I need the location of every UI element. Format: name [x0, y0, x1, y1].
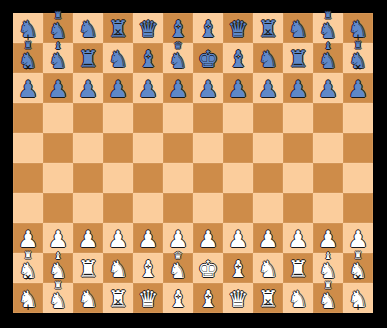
- piece-white-bishop: ♝: [223, 253, 253, 283]
- rook-glyph: ♜: [288, 254, 309, 284]
- war-machine-x-brace-badge: ✕: [114, 298, 122, 307]
- piece-white-pawn: ♟: [133, 223, 163, 253]
- piece-black-chancellor: ♞♜: [43, 13, 73, 43]
- square-c5[interactable]: [73, 163, 103, 193]
- king-glyph: ♚: [198, 44, 219, 74]
- piece-black-crowned-knight-ferz: ♞♜×: [343, 43, 373, 73]
- piece-black-bishop: ♝: [223, 43, 253, 73]
- square-b8[interactable]: ♟: [43, 73, 73, 103]
- amazon-crown-badge: ♛: [174, 251, 183, 261]
- square-f4[interactable]: [163, 193, 193, 223]
- pawn-glyph: ♟: [198, 74, 219, 104]
- square-i4[interactable]: [253, 193, 283, 223]
- knight-wazir-emblem-badge: +: [24, 303, 32, 312]
- square-a8[interactable]: ♟: [13, 73, 43, 103]
- crowned-knight-ferz-emblem-badge: ×: [24, 273, 32, 282]
- square-l1[interactable]: ♞+: [343, 283, 373, 313]
- piece-white-pawn: ♟: [13, 223, 43, 253]
- archbishop-crown-badge: ♝: [324, 251, 333, 261]
- piece-white-pawn: ♟: [343, 223, 373, 253]
- pawn-glyph: ♟: [78, 74, 99, 104]
- square-e7[interactable]: [133, 103, 163, 133]
- pawn-glyph: ♟: [48, 74, 69, 104]
- square-g10[interactable]: ♝: [193, 13, 223, 43]
- crowned-knight-ferz-crown-badge: ♜: [24, 251, 33, 261]
- square-g8[interactable]: ♟: [193, 73, 223, 103]
- piece-white-crowned-knight-ferz: ♞♜×: [343, 253, 373, 283]
- square-f8[interactable]: ♟: [163, 73, 193, 103]
- piece-black-war-machine: ♜✕: [103, 13, 133, 43]
- square-b5[interactable]: [43, 163, 73, 193]
- crowned-knight-ferz-emblem-badge: ×: [354, 273, 362, 282]
- piece-black-knight: ♞: [283, 13, 313, 43]
- square-f6[interactable]: [163, 133, 193, 163]
- knight-glyph: ♞: [108, 44, 129, 74]
- piece-white-bishop: ♝: [193, 283, 223, 313]
- square-g4[interactable]: [193, 193, 223, 223]
- piece-black-crowned-knight-ferz: ♞♜×: [13, 43, 43, 73]
- square-k4[interactable]: [313, 193, 343, 223]
- square-c10[interactable]: ♞: [73, 13, 103, 43]
- piece-white-knight: ♞: [283, 283, 313, 313]
- square-f5[interactable]: [163, 163, 193, 193]
- square-e8[interactable]: ♟: [133, 73, 163, 103]
- square-h9[interactable]: ♝: [223, 43, 253, 73]
- square-l6[interactable]: [343, 133, 373, 163]
- piece-white-king: ♚: [193, 253, 223, 283]
- piece-white-rook: ♜: [73, 253, 103, 283]
- knight-glyph: ♞: [288, 284, 309, 314]
- piece-white-pawn: ♟: [313, 223, 343, 253]
- square-j2[interactable]: ♜: [283, 253, 313, 283]
- piece-black-knight: ♞: [103, 43, 133, 73]
- square-l8[interactable]: ♟: [343, 73, 373, 103]
- square-a3[interactable]: ♟: [13, 223, 43, 253]
- square-e10[interactable]: ♛: [133, 13, 163, 43]
- square-d10[interactable]: ♜✕: [103, 13, 133, 43]
- pawn-glyph: ♟: [18, 74, 39, 104]
- square-k7[interactable]: [313, 103, 343, 133]
- square-g9[interactable]: ♚: [193, 43, 223, 73]
- square-j4[interactable]: [283, 193, 313, 223]
- square-e3[interactable]: ♟: [133, 223, 163, 253]
- archbishop-crown-badge: ♝: [54, 251, 63, 261]
- square-h4[interactable]: [223, 193, 253, 223]
- piece-black-pawn: ♟: [253, 73, 283, 103]
- piece-black-rook: ♜: [73, 43, 103, 73]
- queen-glyph: ♛: [138, 14, 159, 44]
- square-d3[interactable]: ♟: [103, 223, 133, 253]
- square-i2[interactable]: ♞: [253, 253, 283, 283]
- archbishop-crown-badge: ♝: [324, 41, 333, 51]
- piece-white-queen: ♛: [223, 283, 253, 313]
- piece-white-pawn: ♟: [253, 223, 283, 253]
- square-d4[interactable]: [103, 193, 133, 223]
- square-f7[interactable]: [163, 103, 193, 133]
- war-machine-x-brace-badge: ✕: [264, 28, 272, 37]
- pawn-glyph: ♟: [198, 224, 219, 254]
- pawn-glyph: ♟: [318, 74, 339, 104]
- square-g1[interactable]: ♝: [193, 283, 223, 313]
- square-k2[interactable]: ♞♝: [313, 253, 343, 283]
- square-c1[interactable]: ♞: [73, 283, 103, 313]
- square-a4[interactable]: [13, 193, 43, 223]
- piece-white-amazon: ♞♛: [163, 253, 193, 283]
- piece-black-knight: ♞: [73, 13, 103, 43]
- queen-glyph: ♛: [228, 14, 249, 44]
- piece-white-pawn: ♟: [103, 223, 133, 253]
- board: ♞+♞♜♞♜✕♛♝♝♛♜✕♞♞♜♞+♞♜×♞♝♜♞♝♞♛♚♝♞♜♞♝♞♜×♟♟♟…: [13, 13, 373, 313]
- square-f3[interactable]: ♟: [163, 223, 193, 253]
- square-l4[interactable]: [343, 193, 373, 223]
- piece-black-bishop: ♝: [193, 13, 223, 43]
- square-l2[interactable]: ♞♜×: [343, 253, 373, 283]
- screenshot-background: ♞+♞♜♞♜✕♛♝♝♛♜✕♞♞♜♞+♞♜×♞♝♜♞♝♞♛♚♝♞♜♞♝♞♜×♟♟♟…: [0, 0, 387, 328]
- piece-black-pawn: ♟: [73, 73, 103, 103]
- chancellor-crown-badge: ♜: [324, 11, 333, 21]
- bishop-glyph: ♝: [228, 44, 249, 74]
- square-j6[interactable]: [283, 133, 313, 163]
- piece-black-pawn: ♟: [133, 73, 163, 103]
- amazon-crown-badge: ♛: [174, 41, 183, 51]
- piece-white-knight: ♞: [73, 283, 103, 313]
- piece-black-bishop: ♝: [133, 43, 163, 73]
- square-a1[interactable]: ♞+: [13, 283, 43, 313]
- chancellor-crown-badge: ♜: [54, 281, 63, 291]
- square-l7[interactable]: [343, 103, 373, 133]
- pawn-glyph: ♟: [168, 74, 189, 104]
- piece-black-pawn: ♟: [223, 73, 253, 103]
- piece-white-chancellor: ♞♜: [43, 283, 73, 313]
- piece-white-pawn: ♟: [223, 223, 253, 253]
- square-j8[interactable]: ♟: [283, 73, 313, 103]
- bishop-glyph: ♝: [198, 14, 219, 44]
- square-b3[interactable]: ♟: [43, 223, 73, 253]
- square-k1[interactable]: ♞♜: [313, 283, 343, 313]
- square-g5[interactable]: [193, 163, 223, 193]
- pawn-glyph: ♟: [258, 224, 279, 254]
- square-i5[interactable]: [253, 163, 283, 193]
- piece-black-queen: ♛: [133, 13, 163, 43]
- crowned-knight-ferz-emblem-badge: ×: [354, 63, 362, 72]
- square-k8[interactable]: ♟: [313, 73, 343, 103]
- piece-black-knight: ♞: [253, 43, 283, 73]
- square-c2[interactable]: ♜: [73, 253, 103, 283]
- square-a10[interactable]: ♞+: [13, 13, 43, 43]
- square-c3[interactable]: ♟: [73, 223, 103, 253]
- square-d9[interactable]: ♞: [103, 43, 133, 73]
- knight-glyph: ♞: [78, 14, 99, 44]
- piece-white-crowned-knight-ferz: ♞♜×: [13, 253, 43, 283]
- square-d8[interactable]: ♟: [103, 73, 133, 103]
- piece-white-war-machine: ♜✕: [103, 283, 133, 313]
- square-h6[interactable]: [223, 133, 253, 163]
- square-h1[interactable]: ♛: [223, 283, 253, 313]
- knight-wazir-emblem-badge: +: [354, 303, 362, 312]
- square-d6[interactable]: [103, 133, 133, 163]
- piece-white-war-machine: ♜✕: [253, 283, 283, 313]
- square-g6[interactable]: [193, 133, 223, 163]
- crowned-knight-ferz-crown-badge: ♜: [24, 41, 33, 51]
- square-c6[interactable]: [73, 133, 103, 163]
- piece-white-pawn: ♟: [43, 223, 73, 253]
- pawn-glyph: ♟: [228, 74, 249, 104]
- piece-white-archbishop: ♞♝: [43, 253, 73, 283]
- square-h7[interactable]: [223, 103, 253, 133]
- square-h3[interactable]: ♟: [223, 223, 253, 253]
- pawn-glyph: ♟: [108, 74, 129, 104]
- queen-glyph: ♛: [228, 284, 249, 314]
- square-j1[interactable]: ♞: [283, 283, 313, 313]
- rook-glyph: ♜: [288, 44, 309, 74]
- square-i8[interactable]: ♟: [253, 73, 283, 103]
- piece-black-bishop: ♝: [163, 13, 193, 43]
- bishop-glyph: ♝: [138, 44, 159, 74]
- piece-black-archbishop: ♞♝: [43, 43, 73, 73]
- piece-white-pawn: ♟: [283, 223, 313, 253]
- piece-black-pawn: ♟: [343, 73, 373, 103]
- war-machine-x-brace-badge: ✕: [114, 28, 122, 37]
- piece-black-pawn: ♟: [13, 73, 43, 103]
- square-c8[interactable]: ♟: [73, 73, 103, 103]
- square-d2[interactable]: ♞: [103, 253, 133, 283]
- square-e2[interactable]: ♝: [133, 253, 163, 283]
- square-i3[interactable]: ♟: [253, 223, 283, 253]
- piece-white-pawn: ♟: [73, 223, 103, 253]
- archbishop-crown-badge: ♝: [54, 41, 63, 51]
- king-glyph: ♚: [198, 254, 219, 284]
- pawn-glyph: ♟: [228, 224, 249, 254]
- piece-white-knight: ♞: [253, 253, 283, 283]
- square-h8[interactable]: ♟: [223, 73, 253, 103]
- pawn-glyph: ♟: [348, 74, 369, 104]
- square-f2[interactable]: ♞♛: [163, 253, 193, 283]
- square-e9[interactable]: ♝: [133, 43, 163, 73]
- square-h5[interactable]: [223, 163, 253, 193]
- square-c7[interactable]: [73, 103, 103, 133]
- square-b7[interactable]: [43, 103, 73, 133]
- square-k10[interactable]: ♞♜: [313, 13, 343, 43]
- square-k5[interactable]: [313, 163, 343, 193]
- square-j9[interactable]: ♜: [283, 43, 313, 73]
- bishop-glyph: ♝: [228, 254, 249, 284]
- pawn-glyph: ♟: [288, 224, 309, 254]
- knight-glyph: ♞: [288, 14, 309, 44]
- square-l10[interactable]: ♞+: [343, 13, 373, 43]
- square-a7[interactable]: [13, 103, 43, 133]
- square-l3[interactable]: ♟: [343, 223, 373, 253]
- square-d1[interactable]: ♜✕: [103, 283, 133, 313]
- piece-white-queen: ♛: [133, 283, 163, 313]
- piece-black-knight-wazir: ♞+: [343, 13, 373, 43]
- pawn-glyph: ♟: [138, 224, 159, 254]
- square-h2[interactable]: ♝: [223, 253, 253, 283]
- knight-glyph: ♞: [108, 254, 129, 284]
- square-l9[interactable]: ♞♜×: [343, 43, 373, 73]
- square-k6[interactable]: [313, 133, 343, 163]
- crowned-knight-ferz-emblem-badge: ×: [24, 63, 32, 72]
- piece-black-amazon: ♞♛: [163, 43, 193, 73]
- knight-glyph: ♞: [258, 44, 279, 74]
- piece-black-queen: ♛: [223, 13, 253, 43]
- square-b2[interactable]: ♞♝: [43, 253, 73, 283]
- square-i1[interactable]: ♜✕: [253, 283, 283, 313]
- piece-black-pawn: ♟: [313, 73, 343, 103]
- square-i6[interactable]: [253, 133, 283, 163]
- square-e4[interactable]: [133, 193, 163, 223]
- piece-white-chancellor: ♞♜: [313, 283, 343, 313]
- bishop-glyph: ♝: [198, 284, 219, 314]
- square-j3[interactable]: ♟: [283, 223, 313, 253]
- rook-glyph: ♜: [78, 254, 99, 284]
- knight-glyph: ♞: [258, 254, 279, 284]
- square-i10[interactable]: ♜✕: [253, 13, 283, 43]
- knight-glyph: ♞: [78, 284, 99, 314]
- square-l5[interactable]: [343, 163, 373, 193]
- square-e1[interactable]: ♛: [133, 283, 163, 313]
- pawn-glyph: ♟: [138, 74, 159, 104]
- piece-white-knight-wazir: ♞+: [13, 283, 43, 313]
- piece-white-rook: ♜: [283, 253, 313, 283]
- piece-black-pawn: ♟: [43, 73, 73, 103]
- square-b9[interactable]: ♞♝: [43, 43, 73, 73]
- crowned-knight-ferz-crown-badge: ♜: [354, 251, 363, 261]
- pawn-glyph: ♟: [258, 74, 279, 104]
- crowned-knight-ferz-crown-badge: ♜: [354, 41, 363, 51]
- square-f1[interactable]: ♝: [163, 283, 193, 313]
- square-k3[interactable]: ♟: [313, 223, 343, 253]
- piece-white-archbishop: ♞♝: [313, 253, 343, 283]
- square-i7[interactable]: [253, 103, 283, 133]
- square-b10[interactable]: ♞♜: [43, 13, 73, 43]
- piece-white-pawn: ♟: [163, 223, 193, 253]
- square-g3[interactable]: ♟: [193, 223, 223, 253]
- bishop-glyph: ♝: [138, 254, 159, 284]
- square-f9[interactable]: ♞♛: [163, 43, 193, 73]
- piece-black-pawn: ♟: [103, 73, 133, 103]
- piece-white-knight-wazir: ♞+: [343, 283, 373, 313]
- war-machine-x-brace-badge: ✕: [264, 298, 272, 307]
- square-g7[interactable]: [193, 103, 223, 133]
- piece-black-war-machine: ♜✕: [253, 13, 283, 43]
- piece-black-king: ♚: [193, 43, 223, 73]
- chancellor-crown-badge: ♜: [324, 281, 333, 291]
- rook-glyph: ♜: [78, 44, 99, 74]
- piece-black-pawn: ♟: [163, 73, 193, 103]
- square-a5[interactable]: [13, 163, 43, 193]
- piece-black-knight-wazir: ♞+: [13, 13, 43, 43]
- square-a2[interactable]: ♞♜×: [13, 253, 43, 283]
- square-b6[interactable]: [43, 133, 73, 163]
- piece-black-rook: ♜: [283, 43, 313, 73]
- queen-glyph: ♛: [138, 284, 159, 314]
- piece-white-bishop: ♝: [163, 283, 193, 313]
- piece-white-pawn: ♟: [193, 223, 223, 253]
- square-j5[interactable]: [283, 163, 313, 193]
- square-e6[interactable]: [133, 133, 163, 163]
- piece-black-archbishop: ♞♝: [313, 43, 343, 73]
- square-j7[interactable]: [283, 103, 313, 133]
- square-g2[interactable]: ♚: [193, 253, 223, 283]
- square-b4[interactable]: [43, 193, 73, 223]
- square-c9[interactable]: ♜: [73, 43, 103, 73]
- piece-white-knight: ♞: [103, 253, 133, 283]
- square-i9[interactable]: ♞: [253, 43, 283, 73]
- square-a6[interactable]: [13, 133, 43, 163]
- square-j10[interactable]: ♞: [283, 13, 313, 43]
- pawn-glyph: ♟: [288, 74, 309, 104]
- square-e5[interactable]: [133, 163, 163, 193]
- pawn-glyph: ♟: [108, 224, 129, 254]
- square-b1[interactable]: ♞♜: [43, 283, 73, 313]
- square-k9[interactable]: ♞♝: [313, 43, 343, 73]
- piece-black-pawn: ♟: [193, 73, 223, 103]
- bishop-glyph: ♝: [168, 284, 189, 314]
- square-h10[interactable]: ♛: [223, 13, 253, 43]
- pawn-glyph: ♟: [78, 224, 99, 254]
- piece-white-bishop: ♝: [133, 253, 163, 283]
- square-c4[interactable]: [73, 193, 103, 223]
- square-d7[interactable]: [103, 103, 133, 133]
- piece-black-pawn: ♟: [283, 73, 313, 103]
- square-d5[interactable]: [103, 163, 133, 193]
- piece-black-chancellor: ♞♜: [313, 13, 343, 43]
- square-a9[interactable]: ♞♜×: [13, 43, 43, 73]
- chancellor-crown-badge: ♜: [54, 11, 63, 21]
- square-f10[interactable]: ♝: [163, 13, 193, 43]
